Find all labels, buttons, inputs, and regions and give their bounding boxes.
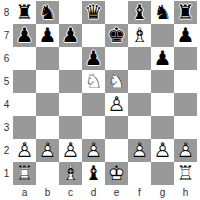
- file-label-f: f: [128, 185, 151, 199]
- piece-white-king-e1[interactable]: ♚♔: [105, 162, 128, 185]
- square-a2[interactable]: ♟♙: [13, 139, 36, 162]
- square-f3[interactable]: [128, 116, 151, 139]
- square-e8[interactable]: [105, 1, 128, 24]
- square-d1[interactable]: ♝: [82, 162, 105, 185]
- board: ♜♞♛♝♞♜♟♟♟♚♝♗♟♟♟♞♘♞♘♟♙♟♙♟♙♟♙♟♙♟♙♟♙♟♙♜♖♝♗♝…: [13, 1, 197, 185]
- square-c1[interactable]: ♝♗: [59, 162, 82, 185]
- square-g4[interactable]: [151, 93, 174, 116]
- square-c4[interactable]: [59, 93, 82, 116]
- square-h2[interactable]: ♟♙: [174, 139, 197, 162]
- file-label-g: g: [151, 185, 174, 199]
- piece-white-bishop-f7[interactable]: ♝♗: [128, 24, 151, 47]
- square-f5[interactable]: [128, 70, 151, 93]
- square-b4[interactable]: [36, 93, 59, 116]
- piece-black-rook-h8[interactable]: ♜: [174, 1, 197, 24]
- file-label-a: a: [13, 185, 36, 199]
- piece-white-knight-d5[interactable]: ♞♘: [82, 70, 105, 93]
- square-b1[interactable]: [36, 162, 59, 185]
- square-g2[interactable]: ♟♙: [151, 139, 174, 162]
- square-c5[interactable]: [59, 70, 82, 93]
- square-b2[interactable]: ♟♙: [36, 139, 59, 162]
- piece-white-rook-a1[interactable]: ♜♖: [13, 162, 36, 185]
- square-e7[interactable]: ♚: [105, 24, 128, 47]
- square-g5[interactable]: [151, 70, 174, 93]
- square-d6[interactable]: ♟: [82, 47, 105, 70]
- piece-white-pawn-d2[interactable]: ♟♙: [82, 139, 105, 162]
- square-b8[interactable]: ♞: [36, 1, 59, 24]
- piece-black-pawn-d6[interactable]: ♟: [82, 47, 105, 70]
- piece-white-rook-h1[interactable]: ♜♖: [174, 162, 197, 185]
- square-e2[interactable]: [105, 139, 128, 162]
- square-e3[interactable]: [105, 116, 128, 139]
- piece-black-queen-d8[interactable]: ♛: [82, 1, 105, 24]
- square-h4[interactable]: [174, 93, 197, 116]
- piece-black-rook-a8[interactable]: ♜: [13, 1, 36, 24]
- piece-white-pawn-h2[interactable]: ♟♙: [174, 139, 197, 162]
- square-c8[interactable]: [59, 1, 82, 24]
- rank-label-1: 1: [0, 162, 13, 185]
- piece-black-pawn-c7[interactable]: ♟: [59, 24, 82, 47]
- square-d2[interactable]: ♟♙: [82, 139, 105, 162]
- rank-label-3: 3: [0, 116, 13, 139]
- square-g1[interactable]: [151, 162, 174, 185]
- square-g6[interactable]: ♟: [151, 47, 174, 70]
- square-f8[interactable]: ♝: [128, 1, 151, 24]
- chess-board-diagram: 8 7 6 5 4 3 2 1 ♜♞♛♝♞♜♟♟♟♚♝♗♟♟♟♞♘♞♘♟♙♟♙♟…: [0, 0, 200, 200]
- square-f6[interactable]: [128, 47, 151, 70]
- square-h1[interactable]: ♜♖: [174, 162, 197, 185]
- square-a3[interactable]: [13, 116, 36, 139]
- piece-black-knight-b8[interactable]: ♞: [36, 1, 59, 24]
- piece-white-pawn-a2[interactable]: ♟♙: [13, 139, 36, 162]
- file-label-e: e: [105, 185, 128, 199]
- square-a7[interactable]: ♟: [13, 24, 36, 47]
- square-f7[interactable]: ♝♗: [128, 24, 151, 47]
- square-h6[interactable]: [174, 47, 197, 70]
- square-e1[interactable]: ♚♔: [105, 162, 128, 185]
- square-h8[interactable]: ♜: [174, 1, 197, 24]
- piece-white-bishop-c1[interactable]: ♝♗: [59, 162, 82, 185]
- square-a4[interactable]: [13, 93, 36, 116]
- square-d4[interactable]: [82, 93, 105, 116]
- piece-white-pawn-c2[interactable]: ♟♙: [59, 139, 82, 162]
- square-h5[interactable]: [174, 70, 197, 93]
- piece-black-bishop-d1[interactable]: ♝: [82, 162, 105, 185]
- square-e5[interactable]: ♞♘: [105, 70, 128, 93]
- square-c6[interactable]: [59, 47, 82, 70]
- piece-white-knight-e5[interactable]: ♞♘: [105, 70, 128, 93]
- square-d5[interactable]: ♞♘: [82, 70, 105, 93]
- square-f1[interactable]: [128, 162, 151, 185]
- square-g3[interactable]: [151, 116, 174, 139]
- rank-labels: 8 7 6 5 4 3 2 1: [0, 1, 13, 185]
- piece-black-pawn-a7[interactable]: ♟: [13, 24, 36, 47]
- file-label-c: c: [59, 185, 82, 199]
- piece-white-pawn-b2[interactable]: ♟♙: [36, 139, 59, 162]
- square-b3[interactable]: [36, 116, 59, 139]
- square-g7[interactable]: [151, 24, 174, 47]
- square-e4[interactable]: ♟♙: [105, 93, 128, 116]
- piece-white-pawn-e4[interactable]: ♟♙: [105, 93, 128, 116]
- square-c3[interactable]: [59, 116, 82, 139]
- piece-black-pawn-g6[interactable]: ♟: [151, 47, 174, 70]
- square-f4[interactable]: [128, 93, 151, 116]
- square-c7[interactable]: ♟: [59, 24, 82, 47]
- file-label-d: d: [82, 185, 105, 199]
- square-g8[interactable]: ♞: [151, 1, 174, 24]
- piece-black-bishop-f8[interactable]: ♝: [128, 1, 151, 24]
- rank-label-4: 4: [0, 93, 13, 116]
- square-h7[interactable]: ♟: [174, 24, 197, 47]
- square-d3[interactable]: [82, 116, 105, 139]
- rank-label-6: 6: [0, 47, 13, 70]
- square-d7[interactable]: [82, 24, 105, 47]
- square-a6[interactable]: [13, 47, 36, 70]
- square-e6[interactable]: [105, 47, 128, 70]
- square-h3[interactable]: [174, 116, 197, 139]
- file-labels: a b c d e f g h: [13, 185, 197, 199]
- square-d8[interactable]: ♛: [82, 1, 105, 24]
- piece-black-pawn-b7[interactable]: ♟: [36, 24, 59, 47]
- square-a8[interactable]: ♜: [13, 1, 36, 24]
- file-label-h: h: [174, 185, 197, 199]
- square-b7[interactable]: ♟: [36, 24, 59, 47]
- square-b5[interactable]: [36, 70, 59, 93]
- square-f2[interactable]: ♟♙: [128, 139, 151, 162]
- rank-label-7: 7: [0, 24, 13, 47]
- piece-white-pawn-f2[interactable]: ♟♙: [128, 139, 151, 162]
- file-label-b: b: [36, 185, 59, 199]
- piece-white-pawn-g2[interactable]: ♟♙: [151, 139, 174, 162]
- piece-black-king-e7[interactable]: ♚: [105, 24, 128, 47]
- piece-black-pawn-h7[interactable]: ♟: [174, 24, 197, 47]
- rank-label-2: 2: [0, 139, 13, 162]
- piece-black-knight-g8[interactable]: ♞: [151, 1, 174, 24]
- rank-label-8: 8: [0, 1, 13, 24]
- square-a1[interactable]: ♜♖: [13, 162, 36, 185]
- square-a5[interactable]: [13, 70, 36, 93]
- square-c2[interactable]: ♟♙: [59, 139, 82, 162]
- square-b6[interactable]: [36, 47, 59, 70]
- rank-label-5: 5: [0, 70, 13, 93]
